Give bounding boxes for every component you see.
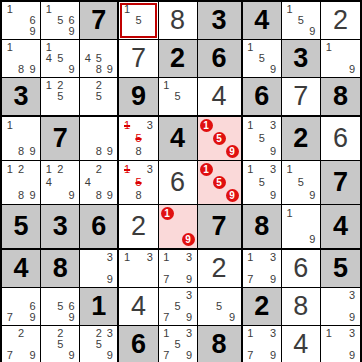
candidate-grid: 189	[2, 40, 40, 77]
cell-r3c7[interactable]: 6	[243, 78, 282, 117]
candidate-digit: 9	[346, 350, 358, 361]
candidate-grid: 13579	[159, 326, 197, 362]
cell-r2c2[interactable]: 1459	[41, 40, 80, 78]
candidate-grid: 1359	[243, 161, 281, 204]
cell-r3c1[interactable]: 3	[2, 78, 41, 117]
candidate-grid: 25	[80, 78, 117, 115]
candidate-digit: 9	[267, 274, 278, 285]
struck-candidate: 1	[121, 119, 132, 132]
circled-candidate: 9	[182, 233, 195, 246]
cell-r6c6[interactable]: 7	[198, 205, 243, 250]
candidate-digit: 1	[245, 42, 256, 53]
solved-digit: 4	[198, 78, 241, 115]
candidate-grid: 679	[2, 288, 40, 325]
candidate-digit: 5	[172, 91, 183, 102]
candidate-grid: 159	[282, 2, 320, 39]
solved-digit: 8	[159, 2, 197, 39]
cell-r4c1[interactable]: 189	[2, 117, 41, 161]
cell-r9c9[interactable]: 139	[321, 326, 360, 362]
candidate-digit: 5	[256, 132, 267, 145]
candidate-digit: 1	[43, 163, 54, 176]
candidate-digit: 5	[55, 53, 66, 64]
candidate-digit: 3	[183, 252, 194, 263]
candidate-digit: 9	[104, 189, 115, 202]
cell-r6c2[interactable]: 3	[41, 205, 80, 250]
candidate-digit: 1	[161, 80, 172, 91]
solved-digit: 2	[321, 2, 360, 39]
candidate-digit: 9	[267, 145, 278, 158]
candidate-grid: 59	[198, 288, 241, 325]
candidate-grid: 1359	[243, 117, 281, 160]
cell-r8c3[interactable]: 1	[80, 288, 119, 326]
cell-r6c3[interactable]: 6	[80, 205, 119, 250]
candidate-digit: 3	[267, 252, 278, 263]
cell-r8c8[interactable]: 8	[282, 288, 321, 326]
candidate-digit: 3	[267, 119, 278, 132]
candidate-grid: 279	[2, 326, 40, 362]
cell-r1c7[interactable]: 4	[243, 2, 282, 40]
given-digit: 7	[80, 2, 117, 39]
candidate-grid: 1379	[243, 250, 281, 287]
cell-r4c7[interactable]: 1359	[243, 117, 282, 161]
cell-r7c3[interactable]: 39	[80, 250, 119, 288]
cell-r3c2[interactable]: 125	[41, 78, 80, 117]
candidate-digit: 1	[284, 163, 295, 176]
given-digit: 8	[41, 250, 79, 287]
candidate-digit: 7	[4, 350, 15, 361]
candidate-digit: 5	[133, 15, 144, 26]
candidate-digit: 7	[245, 274, 256, 285]
given-digit: 2	[282, 117, 320, 160]
cell-r4c9[interactable]: 6	[321, 117, 360, 161]
given-digit: 3	[2, 78, 40, 115]
candidate-digit: 1	[4, 163, 15, 176]
cell-r8c6[interactable]: 59	[198, 288, 243, 326]
cell-r9c2[interactable]: 259	[41, 326, 80, 362]
solved-digit: 7	[282, 78, 320, 115]
candidate-digit: 4	[82, 53, 93, 64]
cell-r9c5[interactable]: 13579	[159, 326, 198, 362]
candidate-digit: 9	[66, 26, 77, 37]
candidate-grid: 1459	[41, 40, 79, 77]
candidate-digit: 7	[4, 312, 15, 323]
cell-r3c6[interactable]: 4	[198, 78, 243, 117]
candidate-digit: 4	[82, 176, 93, 189]
cell-r8c2[interactable]: 569	[41, 288, 80, 326]
cell-r2c7[interactable]: 159	[243, 40, 282, 78]
candidate-grid: 2359	[80, 326, 117, 362]
candidate-grid: 1379	[243, 326, 281, 362]
cell-r1c2[interactable]: 1569	[41, 2, 80, 40]
candidate-digit: 9	[27, 189, 38, 202]
candidate-digit: 5	[55, 15, 66, 26]
cell-r3c5[interactable]: 15	[159, 78, 198, 117]
cell-r1c3[interactable]: 7	[80, 2, 119, 40]
cell-r9c1[interactable]: 279	[2, 326, 41, 362]
given-digit: 4	[2, 250, 40, 287]
circled-candidate: 1	[200, 163, 213, 176]
candidate-grid: 1358	[119, 117, 157, 160]
candidate-digit: 1	[245, 252, 256, 263]
candidate-digit: 1	[4, 4, 15, 15]
circled-candidate: 1	[161, 207, 174, 220]
cell-r3c9[interactable]: 8	[321, 78, 360, 117]
cell-r5c6[interactable]: 159	[198, 161, 243, 205]
solved-digit: 2	[198, 250, 241, 287]
given-digit: 8	[198, 326, 241, 362]
cell-r8c1[interactable]: 679	[2, 288, 41, 326]
candidate-digit: 9	[267, 189, 278, 202]
candidate-digit: 5	[172, 339, 183, 350]
candidate-digit: 9	[27, 145, 38, 158]
given-digit: 6	[80, 205, 117, 248]
candidate-digit: 1	[43, 80, 54, 91]
cell-r7c1[interactable]: 4	[2, 250, 41, 288]
candidate-digit: 9	[267, 64, 278, 75]
cell-r2c1[interactable]: 189	[2, 40, 41, 78]
cell-r5c4[interactable]: 1358	[119, 161, 158, 205]
solved-digit: 7	[119, 40, 157, 77]
candidate-digit: 7	[161, 350, 172, 361]
candidate-digit: 1	[161, 252, 172, 263]
candidate-grid: 39	[321, 288, 360, 325]
solved-digit: 4	[119, 288, 157, 325]
cell-r4c4[interactable]: 1358	[119, 117, 158, 161]
candidate-digit: 8	[133, 189, 144, 202]
candidate-digit: 5	[55, 301, 66, 312]
cell-r6c8[interactable]: 19	[282, 205, 321, 250]
candidate-digit: 9	[307, 233, 318, 246]
candidate-digit: 1	[245, 119, 256, 132]
solved-digit: 2	[119, 205, 157, 248]
given-digit: 8	[243, 205, 281, 248]
cell-r5c1[interactable]: 1289	[2, 161, 41, 205]
candidate-grid: 15	[119, 2, 157, 39]
candidate-grid: 19	[282, 205, 320, 248]
cell-r6c4[interactable]: 2	[119, 205, 158, 250]
candidate-grid: 19	[159, 205, 197, 248]
candidate-digit: 9	[346, 312, 358, 323]
candidate-digit: 5	[295, 15, 306, 26]
cell-r2c3[interactable]: 4589	[80, 40, 119, 78]
candidate-grid: 89	[80, 117, 117, 160]
cell-r1c1[interactable]: 169	[2, 2, 41, 40]
given-digit: 9	[119, 78, 157, 115]
candidate-digit: 3	[346, 290, 358, 301]
candidate-digit: 8	[93, 189, 104, 202]
candidate-digit: 5	[213, 301, 226, 312]
cell-r9c7[interactable]: 1379	[243, 326, 282, 362]
given-digit: 7	[321, 161, 360, 204]
candidate-digit: 3	[267, 163, 278, 176]
cell-r1c5[interactable]: 8	[159, 2, 198, 40]
given-digit: 7	[41, 117, 79, 160]
cell-r5c5[interactable]: 6	[159, 161, 198, 205]
candidate-digit: 9	[66, 312, 77, 323]
candidate-digit: 9	[27, 350, 38, 361]
candidate-digit: 1	[284, 4, 295, 15]
given-digit: 7	[198, 205, 241, 248]
solved-digit: 6	[159, 161, 197, 204]
candidate-grid: 159	[282, 161, 320, 204]
circled-candidate: 1	[200, 119, 213, 132]
candidate-grid: 19	[321, 40, 360, 77]
candidate-digit: 8	[15, 145, 26, 158]
candidate-digit: 9	[104, 274, 115, 285]
candidate-digit: 3	[104, 252, 115, 263]
candidate-digit: 5	[55, 339, 66, 350]
candidate-grid: 1379	[159, 250, 197, 287]
cell-r7c8[interactable]: 6	[282, 250, 321, 288]
candidate-digit: 7	[245, 350, 256, 361]
candidate-digit: 7	[161, 274, 172, 285]
candidate-digit: 1	[323, 328, 335, 339]
cell-r5c7[interactable]: 1359	[243, 161, 282, 205]
cell-r2c9[interactable]: 19	[321, 40, 360, 78]
candidate-digit: 9	[183, 274, 194, 285]
candidate-grid: 125	[41, 78, 79, 115]
candidate-grid: 1289	[2, 161, 40, 204]
candidate-digit: 8	[133, 145, 144, 158]
cell-r3c8[interactable]: 7	[282, 78, 321, 117]
cell-r2c4[interactable]: 7	[119, 40, 158, 78]
candidate-digit: 5	[93, 339, 104, 350]
given-digit: 4	[321, 205, 360, 248]
cell-r6c5[interactable]: 19	[159, 205, 198, 250]
candidate-digit: 8	[93, 64, 104, 75]
candidate-digit: 8	[15, 189, 26, 202]
candidate-digit: 9	[307, 189, 318, 202]
candidate-digit: 3	[144, 252, 155, 263]
solved-digit: 8	[282, 288, 320, 325]
cell-r7c4[interactable]: 13	[119, 250, 158, 288]
cell-r2c8[interactable]: 3	[282, 40, 321, 78]
candidate-digit: 9	[226, 312, 239, 323]
cell-r1c4[interactable]: 15	[119, 2, 158, 40]
given-digit: 4	[243, 2, 281, 39]
cell-r2c6[interactable]: 6	[198, 40, 243, 78]
candidate-grid: 4589	[80, 40, 117, 77]
candidate-digit: 9	[27, 64, 38, 75]
cell-r6c1[interactable]: 5	[2, 205, 41, 250]
given-digit: 1	[80, 288, 117, 325]
candidate-digit: 9	[66, 350, 77, 361]
given-digit: 6	[198, 40, 241, 77]
candidate-digit: 1	[161, 328, 172, 339]
candidate-digit: 7	[161, 312, 172, 323]
cell-r5c8[interactable]: 159	[282, 161, 321, 205]
candidate-digit: 5	[256, 176, 267, 189]
cell-r7c5[interactable]: 1379	[159, 250, 198, 288]
candidate-digit: 9	[104, 145, 115, 158]
candidate-grid: 39	[80, 250, 117, 287]
given-digit: 2	[159, 40, 197, 77]
candidate-digit: 2	[15, 328, 26, 339]
circled-candidate: 5	[213, 132, 226, 145]
cell-r7c6[interactable]: 2	[198, 250, 243, 288]
candidate-digit: 9	[66, 64, 77, 75]
given-digit: 5	[321, 250, 360, 287]
candidate-grid: 139	[321, 326, 360, 362]
solved-digit: 6	[321, 117, 360, 160]
candidate-digit: 9	[307, 26, 318, 37]
candidate-grid: 3579	[159, 288, 197, 325]
given-digit: 5	[2, 205, 40, 248]
cell-r4c8[interactable]: 2	[282, 117, 321, 161]
cell-r4c6[interactable]: 159	[198, 117, 243, 161]
candidate-digit: 5	[55, 91, 66, 102]
candidate-grid: 259	[41, 326, 79, 362]
cell-r4c2[interactable]: 7	[41, 117, 80, 161]
sudoku-board: 1691569715834159218914594589726159319312…	[0, 0, 362, 362]
given-digit: 6	[243, 78, 281, 115]
candidate-grid: 169	[2, 2, 40, 39]
given-digit: 6	[119, 326, 157, 362]
candidate-grid: 1569	[41, 2, 79, 39]
candidate-digit: 9	[27, 312, 38, 323]
solved-digit: 6	[282, 250, 320, 287]
candidate-digit: 1	[323, 42, 335, 53]
candidate-grid: 1249	[41, 161, 79, 204]
cell-r2c5[interactable]: 2	[159, 40, 198, 78]
candidate-grid: 159	[198, 161, 241, 204]
cell-r1c8[interactable]: 159	[282, 2, 321, 40]
cell-r8c5[interactable]: 3579	[159, 288, 198, 326]
cell-r1c6[interactable]: 3	[198, 2, 243, 40]
candidate-digit: 3	[104, 328, 115, 339]
candidate-grid: 2489	[80, 161, 117, 204]
circled-candidate: 5	[213, 176, 226, 189]
candidate-digit: 3	[346, 328, 358, 339]
given-digit: 8	[321, 78, 360, 115]
cell-r7c9[interactable]: 5	[321, 250, 360, 288]
given-digit: 3	[41, 205, 79, 248]
candidate-digit: 5	[295, 176, 306, 189]
cell-r9c3[interactable]: 2359	[80, 326, 119, 362]
cell-r3c3[interactable]: 25	[80, 78, 119, 117]
cell-r6c7[interactable]: 8	[243, 205, 282, 250]
candidate-digit: 5	[172, 301, 183, 312]
candidate-digit: 9	[346, 64, 358, 75]
struck-candidate: 5	[133, 132, 144, 145]
candidate-digit: 8	[93, 145, 104, 158]
candidate-grid: 159	[243, 40, 281, 77]
candidate-digit: 4	[43, 176, 54, 189]
candidate-digit: 5	[93, 91, 104, 102]
candidate-digit: 5	[256, 53, 267, 64]
candidate-digit: 9	[183, 312, 194, 323]
given-digit: 3	[282, 40, 320, 77]
solved-digit: 4	[282, 326, 320, 362]
candidate-digit: 3	[183, 290, 194, 301]
candidate-digit: 3	[183, 328, 194, 339]
candidate-digit: 3	[144, 119, 155, 132]
candidate-digit: 3	[144, 163, 155, 176]
candidate-grid: 1358	[119, 161, 157, 204]
candidate-digit: 8	[15, 64, 26, 75]
candidate-digit: 1	[245, 328, 256, 339]
candidate-digit: 9	[104, 64, 115, 75]
candidate-digit: 1	[43, 4, 54, 15]
cell-r8c4[interactable]: 4	[119, 288, 158, 326]
candidate-digit: 9	[104, 350, 115, 361]
candidate-grid: 13	[119, 250, 157, 287]
candidate-digit: 9	[66, 189, 77, 202]
cell-r7c7[interactable]: 1379	[243, 250, 282, 288]
candidate-digit: 2	[15, 163, 26, 176]
cell-r6c9[interactable]: 4	[321, 205, 360, 250]
struck-candidate: 5	[133, 176, 144, 189]
candidate-digit: 9	[27, 26, 38, 37]
cell-r9c4[interactable]: 6	[119, 326, 158, 362]
circled-candidate: 9	[226, 189, 239, 202]
cell-r5c3[interactable]: 2489	[80, 161, 119, 205]
candidate-grid: 15	[159, 78, 197, 115]
cell-r9c8[interactable]: 4	[282, 326, 321, 362]
candidate-digit: 1	[284, 207, 295, 220]
cell-r4c3[interactable]: 89	[80, 117, 119, 161]
cell-r5c9[interactable]: 7	[321, 161, 360, 205]
candidate-digit: 9	[267, 350, 278, 361]
candidate-digit: 3	[267, 328, 278, 339]
candidate-digit: 2	[55, 163, 66, 176]
cell-r8c9[interactable]: 39	[321, 288, 360, 326]
candidate-digit: 1	[4, 119, 15, 132]
given-digit: 3	[198, 2, 241, 39]
candidate-digit: 1	[121, 4, 132, 15]
given-digit: 2	[243, 288, 281, 325]
given-digit: 4	[159, 117, 197, 160]
candidate-digit: 4	[43, 53, 54, 64]
candidate-digit: 1	[121, 252, 132, 263]
candidate-grid: 189	[2, 117, 40, 160]
candidate-digit: 1	[4, 42, 15, 53]
candidate-digit: 9	[183, 350, 194, 361]
cell-r3c4[interactable]: 9	[119, 78, 158, 117]
cell-r9c6[interactable]: 8	[198, 326, 243, 362]
struck-candidate: 1	[121, 163, 132, 176]
cell-r5c2[interactable]: 1249	[41, 161, 80, 205]
candidate-digit: 1	[245, 163, 256, 176]
cell-r4c5[interactable]: 4	[159, 117, 198, 161]
candidate-digit: 2	[93, 163, 104, 176]
candidate-grid: 569	[41, 288, 79, 325]
cell-r7c2[interactable]: 8	[41, 250, 80, 288]
circled-candidate: 9	[226, 145, 239, 158]
candidate-grid: 159	[198, 117, 241, 160]
cell-r8c7[interactable]: 2	[243, 288, 282, 326]
cell-r1c9[interactable]: 2	[321, 2, 360, 40]
